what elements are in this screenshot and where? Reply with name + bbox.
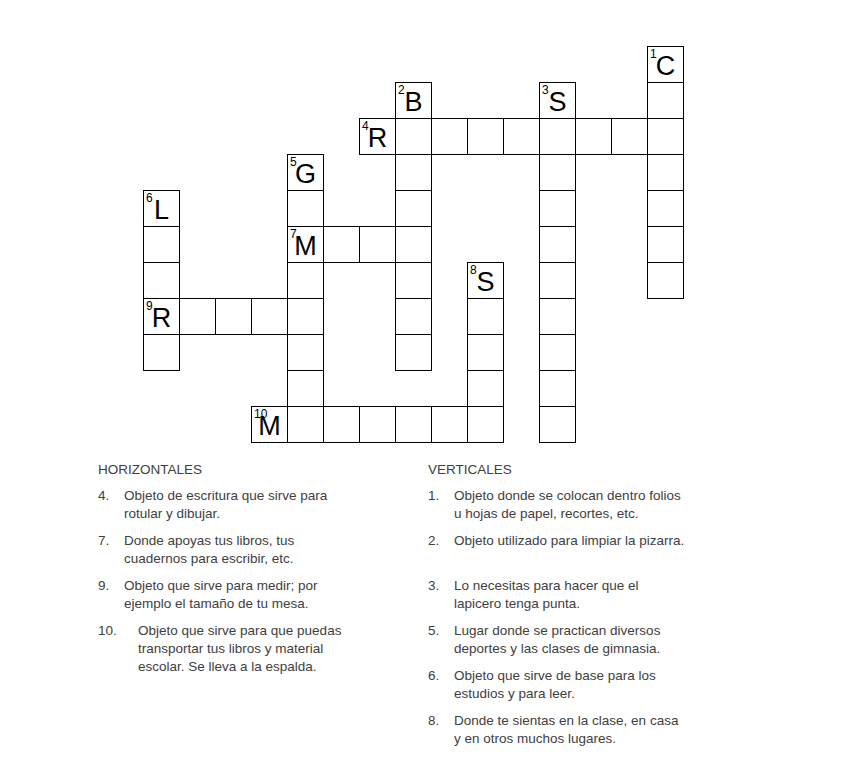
clue-text: Objeto que sirve de base para los estudi…	[454, 667, 773, 703]
grid-cell[interactable]	[359, 406, 396, 443]
grid-cell[interactable]	[467, 406, 504, 443]
clue-item: 8.Donde te sientas en la clase, en casa …	[428, 712, 773, 748]
grid-cell[interactable]	[287, 298, 324, 335]
grid-cell[interactable]	[467, 118, 504, 155]
grid-cell[interactable]	[395, 190, 432, 227]
clue-number: 1.	[428, 487, 439, 505]
cell-letter: C	[648, 53, 683, 80]
cell-letter: M	[252, 413, 287, 440]
grid-cell-start[interactable]: 10M	[251, 406, 288, 443]
clue-number: 9.	[98, 577, 109, 595]
cell-letter: B	[396, 89, 431, 116]
clue-text: Objeto utilizado para limpiar la pizarra…	[454, 532, 773, 550]
clue-text: Objeto donde se colocan dentro folios u …	[454, 487, 773, 523]
across-clues-section: HORIZONTALES 4.Objeto de escritura que s…	[98, 461, 420, 685]
clue-number: 3.	[428, 577, 439, 595]
grid-cell[interactable]	[467, 334, 504, 371]
grid-cell-start[interactable]: 5G	[287, 154, 324, 191]
grid-cell[interactable]	[395, 334, 432, 371]
grid-cell[interactable]	[287, 262, 324, 299]
clue-number: 6.	[428, 667, 439, 685]
grid-cell-start[interactable]: 7M	[287, 226, 324, 263]
clue-text: Lo necesitas para hacer que el lapicero …	[454, 577, 773, 613]
grid-cell[interactable]	[467, 298, 504, 335]
grid-cell[interactable]	[539, 118, 576, 155]
cell-letter: G	[288, 161, 323, 188]
cell-letter: R	[144, 305, 179, 332]
clue-item: 4.Objeto de escritura que sirve para rot…	[98, 487, 420, 523]
clue-number: 8.	[428, 712, 439, 730]
grid-cell[interactable]	[215, 298, 252, 335]
grid-cell[interactable]	[323, 406, 360, 443]
grid-cell[interactable]	[575, 118, 612, 155]
across-title: HORIZONTALES	[98, 461, 420, 479]
grid-cell[interactable]	[503, 118, 540, 155]
grid-cell[interactable]	[539, 334, 576, 371]
clue-text: Donde te sientas en la clase, en casa y …	[454, 712, 773, 748]
grid-cell[interactable]	[287, 370, 324, 407]
grid-cell[interactable]	[179, 298, 216, 335]
down-clue-list: 1.Objeto donde se colocan dentro folios …	[428, 487, 773, 748]
clue-item: 5.Lugar donde se practican diversos depo…	[428, 622, 773, 658]
grid-cell[interactable]	[287, 190, 324, 227]
clue-number: 10.	[98, 622, 117, 640]
clue-item: 3.Lo necesitas para hacer que el lapicer…	[428, 577, 773, 613]
grid-cell[interactable]	[647, 154, 684, 191]
grid-cell[interactable]	[395, 298, 432, 335]
grid-cell[interactable]	[647, 190, 684, 227]
grid-cell-start[interactable]: 9R	[143, 298, 180, 335]
grid-cell[interactable]	[647, 118, 684, 155]
grid-cell[interactable]	[143, 226, 180, 263]
grid-cell[interactable]	[395, 154, 432, 191]
clue-number: 5.	[428, 622, 439, 640]
grid-cell[interactable]	[539, 226, 576, 263]
down-clues-section: VERTICALES 1.Objeto donde se colocan den…	[428, 461, 773, 757]
grid-cell[interactable]	[539, 190, 576, 227]
grid-cell[interactable]	[539, 262, 576, 299]
grid-cell[interactable]	[395, 118, 432, 155]
clue-text: Objeto de escritura que sirve para rotul…	[124, 487, 420, 523]
grid-cell[interactable]	[431, 118, 468, 155]
grid-cell-start[interactable]: 1C	[647, 46, 684, 83]
clue-item: 10.Objeto que sirve para que puedas tran…	[98, 622, 420, 676]
clue-item: 1.Objeto donde se colocan dentro folios …	[428, 487, 773, 523]
clue-number: 7.	[98, 532, 109, 550]
grid-cell[interactable]	[539, 406, 576, 443]
grid-cell[interactable]	[287, 406, 324, 443]
clue-item: 2.Objeto utilizado para limpiar la pizar…	[428, 532, 773, 550]
grid-cell[interactable]	[539, 154, 576, 191]
grid-cell[interactable]	[143, 334, 180, 371]
grid-cell[interactable]	[431, 406, 468, 443]
clue-item: 9.Objeto que sirve para medir; por ejemp…	[98, 577, 420, 613]
grid-cell[interactable]	[359, 226, 396, 263]
clue-item: 7.Donde apoyas tus libros, tus cuadernos…	[98, 532, 420, 568]
grid-cell[interactable]	[539, 370, 576, 407]
cell-letter: L	[144, 197, 179, 224]
grid-cell-start[interactable]: 3S	[539, 82, 576, 119]
grid-cell[interactable]	[395, 226, 432, 263]
clue-text: Donde apoyas tus libros, tus cuadernos p…	[124, 532, 420, 568]
grid-cell[interactable]	[251, 298, 288, 335]
grid-cell-start[interactable]: 2B	[395, 82, 432, 119]
grid-cell[interactable]	[467, 370, 504, 407]
down-title: VERTICALES	[428, 461, 773, 479]
across-clue-list: 4.Objeto de escritura que sirve para rot…	[98, 487, 420, 676]
clue-text: Objeto que sirve para medir; por ejemplo…	[124, 577, 420, 613]
grid-cell[interactable]	[647, 262, 684, 299]
clue-text: Lugar donde se practican diversos deport…	[454, 622, 773, 658]
grid-cell[interactable]	[287, 334, 324, 371]
crossword-board: 1C2B3S4R5G6L7M8S9R10M	[0, 0, 848, 460]
grid-cell-start[interactable]: 8S	[467, 262, 504, 299]
grid-cell-start[interactable]: 4R	[359, 118, 396, 155]
clue-number: 2.	[428, 532, 439, 550]
grid-cell[interactable]	[323, 226, 360, 263]
grid-cell[interactable]	[611, 118, 648, 155]
cell-letter: S	[468, 269, 503, 296]
grid-cell-start[interactable]: 6L	[143, 190, 180, 227]
grid-cell[interactable]	[395, 406, 432, 443]
cell-letter: M	[288, 233, 323, 260]
clue-number: 4.	[98, 487, 109, 505]
clue-item: 6.Objeto que sirve de base para los estu…	[428, 667, 773, 703]
cell-letter: R	[360, 125, 395, 152]
grid-cell[interactable]	[647, 82, 684, 119]
cell-letter: S	[540, 89, 575, 116]
grid-cell[interactable]	[143, 262, 180, 299]
grid-cell[interactable]	[539, 298, 576, 335]
grid-cell[interactable]	[647, 226, 684, 263]
clue-text: Objeto que sirve para que puedas transpo…	[138, 622, 420, 676]
grid-cell[interactable]	[395, 262, 432, 299]
